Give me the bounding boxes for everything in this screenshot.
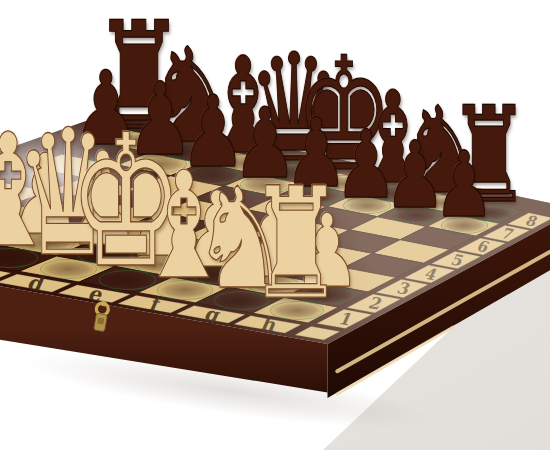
- chess-set-photo: abcdefgh12345678 ♜♞♟♝♟♛♟♚♟♝♟♞♟♜♟♟♟♟♜♟♞♟♝…: [0, 0, 550, 450]
- chess-board: abcdefgh12345678: [0, 0, 550, 450]
